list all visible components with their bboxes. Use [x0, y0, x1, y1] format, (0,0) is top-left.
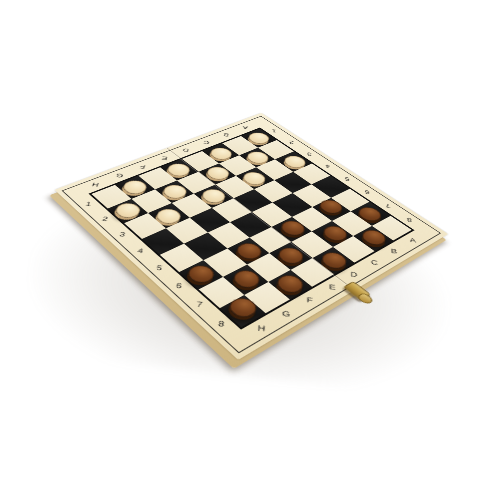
product-photo: 12345678 12345678 ABCDEFGH ABCDEFGH	[0, 0, 500, 500]
